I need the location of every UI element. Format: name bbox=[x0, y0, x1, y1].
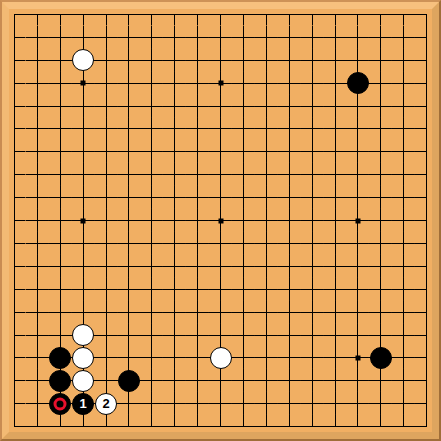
intersection-F19[interactable] bbox=[118, 3, 141, 26]
intersection-C3[interactable] bbox=[49, 369, 72, 392]
intersection-H7[interactable] bbox=[163, 278, 186, 301]
intersection-S7[interactable] bbox=[392, 278, 415, 301]
intersection-O2[interactable] bbox=[301, 392, 324, 415]
intersection-B19[interactable] bbox=[26, 3, 49, 26]
intersection-C14[interactable] bbox=[49, 118, 72, 141]
intersection-D2[interactable]: 1 bbox=[72, 392, 95, 415]
intersection-R13[interactable] bbox=[369, 140, 392, 163]
intersection-G18[interactable] bbox=[140, 26, 163, 49]
intersection-B12[interactable] bbox=[26, 163, 49, 186]
intersection-N14[interactable] bbox=[278, 118, 301, 141]
intersection-L10[interactable] bbox=[232, 209, 255, 232]
intersection-C16[interactable] bbox=[49, 72, 72, 95]
intersection-E11[interactable] bbox=[95, 186, 118, 209]
intersection-T10[interactable] bbox=[415, 209, 438, 232]
intersection-P4[interactable] bbox=[324, 346, 347, 369]
intersection-J2[interactable] bbox=[186, 392, 209, 415]
intersection-R9[interactable] bbox=[369, 232, 392, 255]
intersection-F7[interactable] bbox=[118, 278, 141, 301]
intersection-T6[interactable] bbox=[415, 301, 438, 324]
intersection-K4[interactable] bbox=[209, 346, 232, 369]
intersection-K17[interactable] bbox=[209, 49, 232, 72]
intersection-R2[interactable] bbox=[369, 392, 392, 415]
intersection-O5[interactable] bbox=[301, 324, 324, 347]
intersection-H15[interactable] bbox=[163, 95, 186, 118]
intersection-M11[interactable] bbox=[255, 186, 278, 209]
intersection-H18[interactable] bbox=[163, 26, 186, 49]
intersection-K9[interactable] bbox=[209, 232, 232, 255]
intersection-L8[interactable] bbox=[232, 255, 255, 278]
intersection-T15[interactable] bbox=[415, 95, 438, 118]
intersection-T11[interactable] bbox=[415, 186, 438, 209]
intersection-N1[interactable] bbox=[278, 415, 301, 438]
intersection-E5[interactable] bbox=[95, 324, 118, 347]
intersection-M1[interactable] bbox=[255, 415, 278, 438]
intersection-K1[interactable] bbox=[209, 415, 232, 438]
intersection-N15[interactable] bbox=[278, 95, 301, 118]
intersection-S2[interactable] bbox=[392, 392, 415, 415]
intersection-F15[interactable] bbox=[118, 95, 141, 118]
intersection-B1[interactable] bbox=[26, 415, 49, 438]
intersection-L14[interactable] bbox=[232, 118, 255, 141]
intersection-N13[interactable] bbox=[278, 140, 301, 163]
intersection-O11[interactable] bbox=[301, 186, 324, 209]
intersection-D13[interactable] bbox=[72, 140, 95, 163]
intersection-O9[interactable] bbox=[301, 232, 324, 255]
intersection-M9[interactable] bbox=[255, 232, 278, 255]
intersection-F18[interactable] bbox=[118, 26, 141, 49]
intersection-T4[interactable] bbox=[415, 346, 438, 369]
intersection-Q4[interactable] bbox=[346, 346, 369, 369]
intersection-C11[interactable] bbox=[49, 186, 72, 209]
intersection-B3[interactable] bbox=[26, 369, 49, 392]
intersection-N4[interactable] bbox=[278, 346, 301, 369]
intersection-O17[interactable] bbox=[301, 49, 324, 72]
intersection-M5[interactable] bbox=[255, 324, 278, 347]
intersection-P9[interactable] bbox=[324, 232, 347, 255]
intersection-A5[interactable] bbox=[3, 324, 26, 347]
intersection-Q18[interactable] bbox=[346, 26, 369, 49]
intersection-F1[interactable] bbox=[118, 415, 141, 438]
intersection-A9[interactable] bbox=[3, 232, 26, 255]
intersection-G3[interactable] bbox=[140, 369, 163, 392]
intersection-R7[interactable] bbox=[369, 278, 392, 301]
intersection-A17[interactable] bbox=[3, 49, 26, 72]
intersection-H3[interactable] bbox=[163, 369, 186, 392]
intersection-C10[interactable] bbox=[49, 209, 72, 232]
intersection-S8[interactable] bbox=[392, 255, 415, 278]
intersection-H16[interactable] bbox=[163, 72, 186, 95]
intersection-F6[interactable] bbox=[118, 301, 141, 324]
intersection-P8[interactable] bbox=[324, 255, 347, 278]
intersection-A8[interactable] bbox=[3, 255, 26, 278]
intersection-L9[interactable] bbox=[232, 232, 255, 255]
intersection-C6[interactable] bbox=[49, 301, 72, 324]
intersection-S18[interactable] bbox=[392, 26, 415, 49]
intersection-A15[interactable] bbox=[3, 95, 26, 118]
intersection-J3[interactable] bbox=[186, 369, 209, 392]
intersection-E7[interactable] bbox=[95, 278, 118, 301]
intersection-F13[interactable] bbox=[118, 140, 141, 163]
intersection-E12[interactable] bbox=[95, 163, 118, 186]
intersection-L16[interactable] bbox=[232, 72, 255, 95]
intersection-N16[interactable] bbox=[278, 72, 301, 95]
intersection-O14[interactable] bbox=[301, 118, 324, 141]
intersection-M10[interactable] bbox=[255, 209, 278, 232]
intersection-H14[interactable] bbox=[163, 118, 186, 141]
intersection-E1[interactable] bbox=[95, 415, 118, 438]
intersection-M7[interactable] bbox=[255, 278, 278, 301]
intersection-B15[interactable] bbox=[26, 95, 49, 118]
intersection-G19[interactable] bbox=[140, 3, 163, 26]
intersection-S13[interactable] bbox=[392, 140, 415, 163]
intersection-C13[interactable] bbox=[49, 140, 72, 163]
intersection-K3[interactable] bbox=[209, 369, 232, 392]
intersection-H2[interactable] bbox=[163, 392, 186, 415]
intersection-J6[interactable] bbox=[186, 301, 209, 324]
intersection-S9[interactable] bbox=[392, 232, 415, 255]
intersection-D14[interactable] bbox=[72, 118, 95, 141]
intersection-S10[interactable] bbox=[392, 209, 415, 232]
intersection-P13[interactable] bbox=[324, 140, 347, 163]
intersection-E4[interactable] bbox=[95, 346, 118, 369]
intersection-M19[interactable] bbox=[255, 3, 278, 26]
intersection-B17[interactable] bbox=[26, 49, 49, 72]
intersection-F5[interactable] bbox=[118, 324, 141, 347]
intersection-S16[interactable] bbox=[392, 72, 415, 95]
intersection-P10[interactable] bbox=[324, 209, 347, 232]
intersection-B14[interactable] bbox=[26, 118, 49, 141]
intersection-M18[interactable] bbox=[255, 26, 278, 49]
intersection-D3[interactable] bbox=[72, 369, 95, 392]
intersection-O12[interactable] bbox=[301, 163, 324, 186]
intersection-T12[interactable] bbox=[415, 163, 438, 186]
intersection-K5[interactable] bbox=[209, 324, 232, 347]
intersection-R10[interactable] bbox=[369, 209, 392, 232]
intersection-A19[interactable] bbox=[3, 3, 26, 26]
intersection-O19[interactable] bbox=[301, 3, 324, 26]
intersection-R16[interactable] bbox=[369, 72, 392, 95]
intersection-O6[interactable] bbox=[301, 301, 324, 324]
intersection-R5[interactable] bbox=[369, 324, 392, 347]
intersection-N17[interactable] bbox=[278, 49, 301, 72]
intersection-H10[interactable] bbox=[163, 209, 186, 232]
intersection-M17[interactable] bbox=[255, 49, 278, 72]
intersection-T18[interactable] bbox=[415, 26, 438, 49]
intersection-D15[interactable] bbox=[72, 95, 95, 118]
intersection-C19[interactable] bbox=[49, 3, 72, 26]
intersection-C2[interactable] bbox=[49, 392, 72, 415]
intersection-M6[interactable] bbox=[255, 301, 278, 324]
intersection-G9[interactable] bbox=[140, 232, 163, 255]
intersection-T13[interactable] bbox=[415, 140, 438, 163]
intersection-S17[interactable] bbox=[392, 49, 415, 72]
intersection-C1[interactable] bbox=[49, 415, 72, 438]
intersection-F9[interactable] bbox=[118, 232, 141, 255]
intersection-T2[interactable] bbox=[415, 392, 438, 415]
intersection-R14[interactable] bbox=[369, 118, 392, 141]
intersection-O15[interactable] bbox=[301, 95, 324, 118]
intersection-P12[interactable] bbox=[324, 163, 347, 186]
intersection-Q16[interactable] bbox=[346, 72, 369, 95]
intersection-G15[interactable] bbox=[140, 95, 163, 118]
intersection-M12[interactable] bbox=[255, 163, 278, 186]
intersection-M2[interactable] bbox=[255, 392, 278, 415]
intersection-B10[interactable] bbox=[26, 209, 49, 232]
intersection-B2[interactable] bbox=[26, 392, 49, 415]
intersection-H9[interactable] bbox=[163, 232, 186, 255]
intersection-M15[interactable] bbox=[255, 95, 278, 118]
intersection-E6[interactable] bbox=[95, 301, 118, 324]
intersection-T9[interactable] bbox=[415, 232, 438, 255]
intersection-R4[interactable] bbox=[369, 346, 392, 369]
intersection-E13[interactable] bbox=[95, 140, 118, 163]
intersection-N12[interactable] bbox=[278, 163, 301, 186]
intersection-J7[interactable] bbox=[186, 278, 209, 301]
intersection-N18[interactable] bbox=[278, 26, 301, 49]
intersection-S3[interactable] bbox=[392, 369, 415, 392]
intersection-S6[interactable] bbox=[392, 301, 415, 324]
intersection-B5[interactable] bbox=[26, 324, 49, 347]
intersection-J18[interactable] bbox=[186, 26, 209, 49]
intersection-A10[interactable] bbox=[3, 209, 26, 232]
intersection-G6[interactable] bbox=[140, 301, 163, 324]
intersection-E19[interactable] bbox=[95, 3, 118, 26]
intersection-P2[interactable] bbox=[324, 392, 347, 415]
intersection-P14[interactable] bbox=[324, 118, 347, 141]
intersection-R1[interactable] bbox=[369, 415, 392, 438]
intersection-T14[interactable] bbox=[415, 118, 438, 141]
intersection-K14[interactable] bbox=[209, 118, 232, 141]
intersection-P6[interactable] bbox=[324, 301, 347, 324]
intersection-R15[interactable] bbox=[369, 95, 392, 118]
intersection-P17[interactable] bbox=[324, 49, 347, 72]
intersection-N8[interactable] bbox=[278, 255, 301, 278]
intersection-C12[interactable] bbox=[49, 163, 72, 186]
intersection-T8[interactable] bbox=[415, 255, 438, 278]
intersection-Q13[interactable] bbox=[346, 140, 369, 163]
intersection-D6[interactable] bbox=[72, 301, 95, 324]
intersection-K10[interactable] bbox=[209, 209, 232, 232]
intersection-A1[interactable] bbox=[3, 415, 26, 438]
intersection-A6[interactable] bbox=[3, 301, 26, 324]
intersection-J13[interactable] bbox=[186, 140, 209, 163]
intersection-H1[interactable] bbox=[163, 415, 186, 438]
intersection-N2[interactable] bbox=[278, 392, 301, 415]
intersection-M16[interactable] bbox=[255, 72, 278, 95]
intersection-D16[interactable] bbox=[72, 72, 95, 95]
intersection-N3[interactable] bbox=[278, 369, 301, 392]
intersection-S5[interactable] bbox=[392, 324, 415, 347]
intersection-H8[interactable] bbox=[163, 255, 186, 278]
intersection-O7[interactable] bbox=[301, 278, 324, 301]
intersection-M3[interactable] bbox=[255, 369, 278, 392]
intersection-K2[interactable] bbox=[209, 392, 232, 415]
intersection-G13[interactable] bbox=[140, 140, 163, 163]
intersection-J12[interactable] bbox=[186, 163, 209, 186]
intersection-E2[interactable]: 2 bbox=[95, 392, 118, 415]
intersection-Q1[interactable] bbox=[346, 415, 369, 438]
intersection-R11[interactable] bbox=[369, 186, 392, 209]
intersection-Q14[interactable] bbox=[346, 118, 369, 141]
intersection-K12[interactable] bbox=[209, 163, 232, 186]
intersection-E18[interactable] bbox=[95, 26, 118, 49]
intersection-G16[interactable] bbox=[140, 72, 163, 95]
intersection-F4[interactable] bbox=[118, 346, 141, 369]
intersection-J1[interactable] bbox=[186, 415, 209, 438]
intersection-P16[interactable] bbox=[324, 72, 347, 95]
intersection-S4[interactable] bbox=[392, 346, 415, 369]
intersection-E3[interactable] bbox=[95, 369, 118, 392]
intersection-K11[interactable] bbox=[209, 186, 232, 209]
intersection-H6[interactable] bbox=[163, 301, 186, 324]
intersection-T5[interactable] bbox=[415, 324, 438, 347]
intersection-C8[interactable] bbox=[49, 255, 72, 278]
intersection-L7[interactable] bbox=[232, 278, 255, 301]
intersection-P3[interactable] bbox=[324, 369, 347, 392]
intersection-S1[interactable] bbox=[392, 415, 415, 438]
intersection-L19[interactable] bbox=[232, 3, 255, 26]
intersection-G17[interactable] bbox=[140, 49, 163, 72]
intersection-L2[interactable] bbox=[232, 392, 255, 415]
intersection-A18[interactable] bbox=[3, 26, 26, 49]
intersection-B7[interactable] bbox=[26, 278, 49, 301]
intersection-Q15[interactable] bbox=[346, 95, 369, 118]
intersection-O3[interactable] bbox=[301, 369, 324, 392]
intersection-R8[interactable] bbox=[369, 255, 392, 278]
intersection-M14[interactable] bbox=[255, 118, 278, 141]
intersection-E8[interactable] bbox=[95, 255, 118, 278]
intersection-D4[interactable] bbox=[72, 346, 95, 369]
intersection-Q5[interactable] bbox=[346, 324, 369, 347]
intersection-Q3[interactable] bbox=[346, 369, 369, 392]
intersection-G11[interactable] bbox=[140, 186, 163, 209]
intersection-Q2[interactable] bbox=[346, 392, 369, 415]
intersection-Q8[interactable] bbox=[346, 255, 369, 278]
intersection-P18[interactable] bbox=[324, 26, 347, 49]
intersection-R18[interactable] bbox=[369, 26, 392, 49]
intersection-G1[interactable] bbox=[140, 415, 163, 438]
intersection-D19[interactable] bbox=[72, 3, 95, 26]
intersection-S11[interactable] bbox=[392, 186, 415, 209]
intersection-M8[interactable] bbox=[255, 255, 278, 278]
intersection-M13[interactable] bbox=[255, 140, 278, 163]
intersection-O10[interactable] bbox=[301, 209, 324, 232]
intersection-O8[interactable] bbox=[301, 255, 324, 278]
intersection-P19[interactable] bbox=[324, 3, 347, 26]
intersection-G10[interactable] bbox=[140, 209, 163, 232]
intersection-K8[interactable] bbox=[209, 255, 232, 278]
intersection-B6[interactable] bbox=[26, 301, 49, 324]
intersection-F2[interactable] bbox=[118, 392, 141, 415]
intersection-A16[interactable] bbox=[3, 72, 26, 95]
intersection-J4[interactable] bbox=[186, 346, 209, 369]
intersection-F16[interactable] bbox=[118, 72, 141, 95]
intersection-T1[interactable] bbox=[415, 415, 438, 438]
intersection-F3[interactable] bbox=[118, 369, 141, 392]
intersection-S19[interactable] bbox=[392, 3, 415, 26]
intersection-A14[interactable] bbox=[3, 118, 26, 141]
intersection-D7[interactable] bbox=[72, 278, 95, 301]
intersection-Q6[interactable] bbox=[346, 301, 369, 324]
intersection-S12[interactable] bbox=[392, 163, 415, 186]
intersection-L12[interactable] bbox=[232, 163, 255, 186]
intersection-B8[interactable] bbox=[26, 255, 49, 278]
intersection-B13[interactable] bbox=[26, 140, 49, 163]
intersection-G2[interactable] bbox=[140, 392, 163, 415]
intersection-N7[interactable] bbox=[278, 278, 301, 301]
intersection-E16[interactable] bbox=[95, 72, 118, 95]
intersection-D1[interactable] bbox=[72, 415, 95, 438]
intersection-C4[interactable] bbox=[49, 346, 72, 369]
intersection-L11[interactable] bbox=[232, 186, 255, 209]
intersection-K15[interactable] bbox=[209, 95, 232, 118]
intersection-N10[interactable] bbox=[278, 209, 301, 232]
intersection-G5[interactable] bbox=[140, 324, 163, 347]
intersection-T19[interactable] bbox=[415, 3, 438, 26]
intersection-E17[interactable] bbox=[95, 49, 118, 72]
intersection-A3[interactable] bbox=[3, 369, 26, 392]
intersection-C15[interactable] bbox=[49, 95, 72, 118]
intersection-P5[interactable] bbox=[324, 324, 347, 347]
intersection-B16[interactable] bbox=[26, 72, 49, 95]
intersection-T7[interactable] bbox=[415, 278, 438, 301]
intersection-K7[interactable] bbox=[209, 278, 232, 301]
intersection-D10[interactable] bbox=[72, 209, 95, 232]
intersection-D11[interactable] bbox=[72, 186, 95, 209]
intersection-N19[interactable] bbox=[278, 3, 301, 26]
intersection-J9[interactable] bbox=[186, 232, 209, 255]
intersection-F10[interactable] bbox=[118, 209, 141, 232]
intersection-L3[interactable] bbox=[232, 369, 255, 392]
intersection-A4[interactable] bbox=[3, 346, 26, 369]
intersection-C9[interactable] bbox=[49, 232, 72, 255]
intersection-O16[interactable] bbox=[301, 72, 324, 95]
intersection-F12[interactable] bbox=[118, 163, 141, 186]
intersection-L15[interactable] bbox=[232, 95, 255, 118]
intersection-S14[interactable] bbox=[392, 118, 415, 141]
intersection-Q17[interactable] bbox=[346, 49, 369, 72]
intersection-H19[interactable] bbox=[163, 3, 186, 26]
intersection-J11[interactable] bbox=[186, 186, 209, 209]
intersection-A7[interactable] bbox=[3, 278, 26, 301]
intersection-F8[interactable] bbox=[118, 255, 141, 278]
intersection-K6[interactable] bbox=[209, 301, 232, 324]
intersection-E10[interactable] bbox=[95, 209, 118, 232]
intersection-J17[interactable] bbox=[186, 49, 209, 72]
intersection-F14[interactable] bbox=[118, 118, 141, 141]
intersection-D8[interactable] bbox=[72, 255, 95, 278]
intersection-H17[interactable] bbox=[163, 49, 186, 72]
intersection-P15[interactable] bbox=[324, 95, 347, 118]
intersection-H5[interactable] bbox=[163, 324, 186, 347]
intersection-A11[interactable] bbox=[3, 186, 26, 209]
intersection-L18[interactable] bbox=[232, 26, 255, 49]
intersection-K16[interactable] bbox=[209, 72, 232, 95]
intersection-E14[interactable] bbox=[95, 118, 118, 141]
intersection-J16[interactable] bbox=[186, 72, 209, 95]
intersection-A2[interactable] bbox=[3, 392, 26, 415]
intersection-L1[interactable] bbox=[232, 415, 255, 438]
intersection-C5[interactable] bbox=[49, 324, 72, 347]
intersection-L6[interactable] bbox=[232, 301, 255, 324]
intersection-E9[interactable] bbox=[95, 232, 118, 255]
intersection-E15[interactable] bbox=[95, 95, 118, 118]
intersection-O1[interactable] bbox=[301, 415, 324, 438]
intersection-C18[interactable] bbox=[49, 26, 72, 49]
intersection-M4[interactable] bbox=[255, 346, 278, 369]
intersection-Q12[interactable] bbox=[346, 163, 369, 186]
